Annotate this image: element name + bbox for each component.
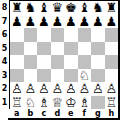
- file-label-f: f: [78, 109, 92, 118]
- file-label-d: d: [51, 109, 65, 118]
- square-f5[interactable]: [78, 42, 92, 56]
- white-pawn-icon: ♙: [65, 82, 77, 96]
- square-f2[interactable]: ♙: [78, 82, 92, 96]
- square-a4[interactable]: [10, 55, 24, 69]
- file-label-e: e: [64, 109, 78, 118]
- square-c3[interactable]: [37, 69, 51, 83]
- white-pawn-icon: ♙: [24, 82, 36, 96]
- black-queen-icon: ♛: [51, 1, 63, 15]
- rank-label-7: 7: [0, 15, 9, 29]
- file-label-c: c: [37, 109, 51, 118]
- square-b3[interactable]: [24, 69, 38, 83]
- rank-label-6: 6: [0, 28, 9, 42]
- square-f8[interactable]: ♝: [78, 1, 92, 15]
- square-a1[interactable]: ♖: [10, 96, 24, 110]
- black-pawn-icon: ♟: [105, 15, 117, 29]
- white-king-icon: ♔: [65, 96, 77, 110]
- black-knight-icon: ♞: [92, 1, 104, 15]
- square-h5[interactable]: [105, 42, 119, 56]
- square-b4[interactable]: [24, 55, 38, 69]
- square-h6[interactable]: [105, 28, 119, 42]
- chess-board[interactable]: ♜♞♝♛♚♝♞♜♟♟♟♟♟♟♟♟♘♙♙♙♙♙♙♙♙♖♘♗♕♔♗♖: [9, 0, 118, 109]
- square-e4[interactable]: [64, 55, 78, 69]
- square-b7[interactable]: ♟: [24, 15, 38, 29]
- square-a6[interactable]: [10, 28, 24, 42]
- white-queen-icon: ♕: [51, 96, 63, 110]
- square-h4[interactable]: [105, 55, 119, 69]
- square-f1[interactable]: ♗: [78, 96, 92, 110]
- white-rook-icon: ♖: [11, 96, 23, 110]
- file-label-b: b: [24, 109, 38, 118]
- black-pawn-icon: ♟: [65, 15, 77, 29]
- white-knight-icon: ♘: [24, 96, 36, 110]
- square-c1[interactable]: ♗: [37, 96, 51, 110]
- black-pawn-icon: ♟: [51, 15, 63, 29]
- square-e2[interactable]: ♙: [64, 82, 78, 96]
- white-bishop-icon: ♗: [38, 96, 50, 110]
- square-b8[interactable]: ♞: [24, 1, 38, 15]
- square-f6[interactable]: [78, 28, 92, 42]
- chess-diagram: 87654321 ♜♞♝♛♚♝♞♜♟♟♟♟♟♟♟♟♘♙♙♙♙♙♙♙♙♖♘♗♕♔♗…: [0, 0, 120, 120]
- square-e8[interactable]: ♚: [64, 1, 78, 15]
- square-b5[interactable]: [24, 42, 38, 56]
- square-e7[interactable]: ♟: [64, 15, 78, 29]
- square-h3[interactable]: [105, 69, 119, 83]
- white-pawn-icon: ♙: [78, 82, 90, 96]
- black-pawn-icon: ♟: [24, 15, 36, 29]
- rank-label-8: 8: [0, 1, 9, 15]
- black-king-icon: ♚: [65, 1, 77, 15]
- file-label-h: h: [105, 109, 119, 118]
- square-e6[interactable]: [64, 28, 78, 42]
- square-g2[interactable]: ♙: [91, 82, 105, 96]
- black-pawn-icon: ♟: [78, 15, 90, 29]
- black-bishop-icon: ♝: [78, 1, 90, 15]
- file-label-a: a: [10, 109, 24, 118]
- square-c5[interactable]: [37, 42, 51, 56]
- rank-label-3: 3: [0, 69, 9, 83]
- square-c7[interactable]: ♟: [37, 15, 51, 29]
- square-g6[interactable]: [91, 28, 105, 42]
- square-a5[interactable]: [10, 42, 24, 56]
- square-g1[interactable]: [91, 96, 105, 110]
- square-a3[interactable]: [10, 69, 24, 83]
- square-f4[interactable]: [78, 55, 92, 69]
- square-h1[interactable]: ♖: [105, 96, 119, 110]
- square-h8[interactable]: ♜: [105, 1, 119, 15]
- board-right-border: [118, 0, 120, 120]
- square-a8[interactable]: ♜: [10, 1, 24, 15]
- square-d5[interactable]: [51, 42, 65, 56]
- square-e1[interactable]: ♔: [64, 96, 78, 110]
- square-g8[interactable]: ♞: [91, 1, 105, 15]
- white-pawn-icon: ♙: [11, 82, 23, 96]
- square-d4[interactable]: [51, 55, 65, 69]
- square-d6[interactable]: [51, 28, 65, 42]
- square-e3[interactable]: [64, 69, 78, 83]
- square-b1[interactable]: ♘: [24, 96, 38, 110]
- white-rook-icon: ♖: [105, 96, 117, 110]
- square-c2[interactable]: ♙: [37, 82, 51, 96]
- rank-label-2: 2: [0, 82, 9, 96]
- white-pawn-icon: ♙: [105, 82, 117, 96]
- white-pawn-icon: ♙: [92, 82, 104, 96]
- rank-label-1: 1: [0, 96, 9, 110]
- square-b2[interactable]: ♙: [24, 82, 38, 96]
- square-c8[interactable]: ♝: [37, 1, 51, 15]
- square-g3[interactable]: [91, 69, 105, 83]
- square-h2[interactable]: ♙: [105, 82, 119, 96]
- rank-label-5: 5: [0, 42, 9, 56]
- square-a2[interactable]: ♙: [10, 82, 24, 96]
- black-rook-icon: ♜: [11, 1, 23, 15]
- white-pawn-icon: ♙: [38, 82, 50, 96]
- square-c4[interactable]: [37, 55, 51, 69]
- square-g5[interactable]: [91, 42, 105, 56]
- square-f3[interactable]: ♘: [78, 69, 92, 83]
- board-bottom-border: [8, 118, 120, 120]
- black-pawn-icon: ♟: [92, 15, 104, 29]
- white-bishop-icon: ♗: [78, 96, 90, 110]
- square-e5[interactable]: [64, 42, 78, 56]
- square-g7[interactable]: ♟: [91, 15, 105, 29]
- square-f7[interactable]: ♟: [78, 15, 92, 29]
- square-d7[interactable]: ♟: [51, 15, 65, 29]
- file-labels: abcdefgh: [10, 109, 118, 118]
- square-d2[interactable]: ♙: [51, 82, 65, 96]
- square-d8[interactable]: ♛: [51, 1, 65, 15]
- black-pawn-icon: ♟: [38, 15, 50, 29]
- square-d3[interactable]: [51, 69, 65, 83]
- rank-labels: 87654321: [0, 1, 9, 109]
- square-h7[interactable]: ♟: [105, 15, 119, 29]
- black-rook-icon: ♜: [105, 1, 117, 15]
- white-pawn-icon: ♙: [51, 82, 63, 96]
- square-a7[interactable]: ♟: [10, 15, 24, 29]
- square-g4[interactable]: [91, 55, 105, 69]
- black-pawn-icon: ♟: [11, 15, 23, 29]
- rank-label-4: 4: [0, 55, 9, 69]
- black-bishop-icon: ♝: [38, 1, 50, 15]
- square-c6[interactable]: [37, 28, 51, 42]
- white-knight-icon: ♘: [78, 69, 90, 83]
- square-d1[interactable]: ♕: [51, 96, 65, 110]
- file-label-g: g: [91, 109, 105, 118]
- black-knight-icon: ♞: [24, 1, 36, 15]
- square-b6[interactable]: [24, 28, 38, 42]
